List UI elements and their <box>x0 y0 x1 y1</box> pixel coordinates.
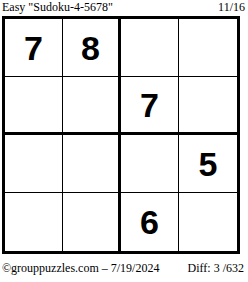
page-number: 11/16 <box>218 1 245 14</box>
puzzle-page: Easy "Sudoku-4-5678" 11/16 78756 ©groupp… <box>0 0 248 282</box>
cell-r4c2[interactable] <box>63 193 121 251</box>
footer: ©grouppuzzles.com – 7/19/2024 Diff: 3 /6… <box>0 261 248 275</box>
page-title: Easy "Sudoku-4-5678" <box>2 1 113 14</box>
footer-copyright: ©grouppuzzles.com – 7/19/2024 <box>2 261 159 275</box>
cell-r2c1[interactable] <box>5 77 63 135</box>
cell-r4c3[interactable]: 6 <box>121 193 179 251</box>
header: Easy "Sudoku-4-5678" 11/16 <box>0 0 248 14</box>
cell-r3c2[interactable] <box>63 135 121 193</box>
cell-r2c3[interactable]: 7 <box>121 77 179 135</box>
cell-r4c4[interactable] <box>179 193 237 251</box>
sudoku-grid: 78756 <box>2 16 240 254</box>
cell-r3c3[interactable] <box>121 135 179 193</box>
cell-r1c4[interactable] <box>179 19 237 77</box>
cell-r1c1[interactable]: 7 <box>5 19 63 77</box>
cell-r2c4[interactable] <box>179 77 237 135</box>
cell-r2c2[interactable] <box>63 77 121 135</box>
cell-r4c1[interactable] <box>5 193 63 251</box>
cell-r3c4[interactable]: 5 <box>179 135 237 193</box>
cell-r1c3[interactable] <box>121 19 179 77</box>
difficulty-label: Diff: 3 /632 <box>188 261 244 275</box>
cell-r3c1[interactable] <box>5 135 63 193</box>
cell-r1c2[interactable]: 8 <box>63 19 121 77</box>
